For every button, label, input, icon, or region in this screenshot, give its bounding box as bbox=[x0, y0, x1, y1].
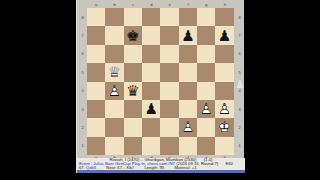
square-e7[interactable] bbox=[160, 26, 178, 44]
square-a6[interactable] bbox=[87, 45, 105, 63]
rank-label-8-left: 8 bbox=[79, 8, 86, 26]
progress-bar bbox=[77, 170, 245, 173]
rank-label-8-right: 8 bbox=[236, 8, 243, 26]
black-pawn-f7[interactable]: ♟ bbox=[179, 26, 197, 44]
rank-label-7-left: 7 bbox=[79, 26, 86, 44]
white-pawn-b4[interactable]: ♟♙ bbox=[105, 82, 123, 100]
white-queen-b5[interactable]: ♛♕ bbox=[105, 63, 123, 81]
square-f3[interactable] bbox=[179, 100, 197, 118]
square-f6[interactable] bbox=[179, 45, 197, 63]
square-e3[interactable] bbox=[160, 100, 178, 118]
file-label-e-top: e bbox=[161, 1, 179, 7]
rank-label-6-left: 6 bbox=[79, 45, 86, 63]
white-pawn-f2[interactable]: ♟♙ bbox=[179, 118, 197, 136]
square-c3[interactable] bbox=[124, 100, 142, 118]
square-g5[interactable] bbox=[197, 63, 215, 81]
square-a4[interactable] bbox=[87, 82, 105, 100]
rank-label-5-left: 5 bbox=[79, 63, 86, 81]
material-pawn-icon: ♟ bbox=[235, 78, 245, 92]
square-f1[interactable] bbox=[179, 137, 197, 155]
square-h1[interactable] bbox=[215, 137, 233, 155]
rank-label-2-right: 2 bbox=[236, 118, 243, 136]
rank-labels-left: 87654321 bbox=[79, 8, 86, 155]
square-f4[interactable] bbox=[179, 82, 197, 100]
square-d7[interactable] bbox=[142, 26, 160, 44]
rank-label-4-left: 4 bbox=[79, 82, 86, 100]
square-a5[interactable] bbox=[87, 63, 105, 81]
square-b5[interactable]: ♛♕ bbox=[105, 63, 123, 81]
square-d4[interactable] bbox=[142, 82, 160, 100]
caption-area: Rezaih, I (2470) -- Gharibyan, Mamikon (… bbox=[77, 158, 245, 170]
black-king-c7[interactable]: ♚ bbox=[124, 26, 142, 44]
material-indicator: ♟ bbox=[234, 78, 246, 92]
file-label-a-top: a bbox=[87, 1, 105, 7]
square-a8[interactable] bbox=[87, 8, 105, 26]
black-queen-c4[interactable]: ♛ bbox=[124, 82, 142, 100]
file-label-h-top: h bbox=[216, 1, 234, 7]
square-b3[interactable] bbox=[105, 100, 123, 118]
square-b7[interactable] bbox=[105, 26, 123, 44]
square-g1[interactable] bbox=[197, 137, 215, 155]
square-e1[interactable] bbox=[160, 137, 178, 155]
square-h4[interactable] bbox=[215, 82, 233, 100]
square-h3[interactable]: ♟♙ bbox=[215, 100, 233, 118]
square-a3[interactable] bbox=[87, 100, 105, 118]
square-d3[interactable]: ♟ bbox=[142, 100, 160, 118]
square-e2[interactable] bbox=[160, 118, 178, 136]
file-label-g-top: g bbox=[197, 1, 215, 7]
square-c6[interactable] bbox=[124, 45, 142, 63]
square-c7[interactable]: ♚ bbox=[124, 26, 142, 44]
square-e6[interactable] bbox=[160, 45, 178, 63]
square-h2[interactable]: ♚♔ bbox=[215, 118, 233, 136]
square-b1[interactable] bbox=[105, 137, 123, 155]
square-d2[interactable] bbox=[142, 118, 160, 136]
square-d6[interactable] bbox=[142, 45, 160, 63]
square-g8[interactable] bbox=[197, 8, 215, 26]
square-e5[interactable] bbox=[160, 63, 178, 81]
square-h8[interactable] bbox=[215, 8, 233, 26]
square-d8[interactable] bbox=[142, 8, 160, 26]
rank-label-1-right: 1 bbox=[236, 137, 243, 155]
square-b6[interactable] bbox=[105, 45, 123, 63]
square-a2[interactable] bbox=[87, 118, 105, 136]
square-h7[interactable]: ♟ bbox=[215, 26, 233, 44]
square-d1[interactable] bbox=[142, 137, 160, 155]
black-pawn-d3[interactable]: ♟ bbox=[142, 100, 160, 118]
square-b4[interactable]: ♟♙ bbox=[105, 82, 123, 100]
square-c8[interactable] bbox=[124, 8, 142, 26]
square-c4[interactable]: ♛ bbox=[124, 82, 142, 100]
rank-label-3-left: 3 bbox=[79, 100, 86, 118]
file-label-d-top: d bbox=[142, 1, 160, 7]
rank-label-3-right: 3 bbox=[236, 100, 243, 118]
eco-code: E60 bbox=[225, 161, 232, 166]
square-h5[interactable] bbox=[215, 63, 233, 81]
square-b8[interactable] bbox=[105, 8, 123, 26]
rank-label-2-left: 2 bbox=[79, 118, 86, 136]
rank-label-7-right: 7 bbox=[236, 26, 243, 44]
white-pawn-h3[interactable]: ♟♙ bbox=[215, 100, 233, 118]
square-h6[interactable] bbox=[215, 45, 233, 63]
video-frame-panel: abcdefgh abcdefgh 87654321 87654321 ♚♟♟♛… bbox=[76, 0, 244, 173]
square-g2[interactable] bbox=[197, 118, 215, 136]
white-pawn-g3[interactable]: ♟♙ bbox=[197, 100, 215, 118]
square-f7[interactable]: ♟ bbox=[179, 26, 197, 44]
rank-label-6-right: 6 bbox=[236, 45, 243, 63]
square-e4[interactable] bbox=[160, 82, 178, 100]
square-f5[interactable] bbox=[179, 63, 197, 81]
square-d5[interactable] bbox=[142, 63, 160, 81]
black-pawn-h7[interactable]: ♟ bbox=[215, 26, 233, 44]
square-g7[interactable] bbox=[197, 26, 215, 44]
square-g4[interactable] bbox=[197, 82, 215, 100]
square-a1[interactable] bbox=[87, 137, 105, 155]
square-b2[interactable] bbox=[105, 118, 123, 136]
square-g3[interactable]: ♟♙ bbox=[197, 100, 215, 118]
square-c5[interactable] bbox=[124, 63, 142, 81]
file-label-b-top: b bbox=[105, 1, 123, 7]
chess-board: ♚♟♟♛♕♟♙♛♟♟♙♟♙♟♙♚♔ bbox=[87, 8, 234, 155]
square-e8[interactable] bbox=[160, 8, 178, 26]
square-g6[interactable] bbox=[197, 45, 215, 63]
square-a7[interactable] bbox=[87, 26, 105, 44]
square-c2[interactable] bbox=[124, 118, 142, 136]
rank-label-1-left: 1 bbox=[79, 137, 86, 155]
square-f2[interactable]: ♟♙ bbox=[179, 118, 197, 136]
square-c1[interactable] bbox=[124, 137, 142, 155]
file-label-c-top: c bbox=[124, 1, 142, 7]
square-f8[interactable] bbox=[179, 8, 197, 26]
file-label-f-top: f bbox=[179, 1, 197, 7]
file-labels-top: abcdefgh bbox=[87, 1, 234, 7]
board-area: ♚♟♟♛♕♟♙♛♟♟♙♟♙♟♙♚♔ bbox=[87, 8, 234, 155]
white-king-h2[interactable]: ♚♔ bbox=[215, 118, 233, 136]
